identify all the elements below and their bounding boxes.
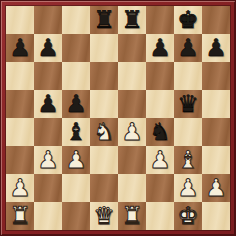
square-a3[interactable] xyxy=(6,146,34,174)
black-pawn-piece[interactable]: ♟ xyxy=(65,92,87,116)
white-bishop-piece[interactable]: ♝ xyxy=(177,148,199,172)
square-a5[interactable] xyxy=(6,90,34,118)
black-pawn-piece[interactable]: ♟ xyxy=(205,36,227,60)
square-g7[interactable]: ♟ xyxy=(174,34,202,62)
square-c3[interactable]: ♟ xyxy=(62,146,90,174)
white-pawn-piece[interactable]: ♟ xyxy=(37,148,59,172)
square-f8[interactable] xyxy=(146,6,174,34)
square-d3[interactable] xyxy=(90,146,118,174)
square-b1[interactable] xyxy=(34,202,62,230)
white-pawn-piece[interactable]: ♟ xyxy=(177,176,199,200)
square-h3[interactable] xyxy=(202,146,230,174)
square-h1[interactable] xyxy=(202,202,230,230)
square-b4[interactable] xyxy=(34,118,62,146)
white-king-piece[interactable]: ♚ xyxy=(177,204,199,228)
square-g1[interactable]: ♚ xyxy=(174,202,202,230)
square-f6[interactable] xyxy=(146,62,174,90)
square-a7[interactable]: ♟ xyxy=(6,34,34,62)
square-b3[interactable]: ♟ xyxy=(34,146,62,174)
square-a4[interactable] xyxy=(6,118,34,146)
square-c6[interactable] xyxy=(62,62,90,90)
square-a2[interactable]: ♟ xyxy=(6,174,34,202)
square-b2[interactable] xyxy=(34,174,62,202)
black-pawn-piece[interactable]: ♟ xyxy=(37,92,59,116)
black-pawn-piece[interactable]: ♟ xyxy=(177,36,199,60)
white-queen-piece[interactable]: ♛ xyxy=(93,204,115,228)
black-bishop-piece[interactable]: ♝ xyxy=(65,120,87,144)
square-h5[interactable] xyxy=(202,90,230,118)
square-e8[interactable]: ♜ xyxy=(118,6,146,34)
square-a6[interactable] xyxy=(6,62,34,90)
square-g2[interactable]: ♟ xyxy=(174,174,202,202)
black-rook-piece[interactable]: ♜ xyxy=(121,8,143,32)
square-c2[interactable] xyxy=(62,174,90,202)
square-d2[interactable] xyxy=(90,174,118,202)
black-pawn-piece[interactable]: ♟ xyxy=(37,36,59,60)
square-b6[interactable] xyxy=(34,62,62,90)
white-rook-piece[interactable]: ♜ xyxy=(121,204,143,228)
square-a1[interactable]: ♜ xyxy=(6,202,34,230)
square-e2[interactable] xyxy=(118,174,146,202)
square-c8[interactable] xyxy=(62,6,90,34)
white-pawn-piece[interactable]: ♟ xyxy=(9,176,31,200)
black-knight-piece[interactable]: ♞ xyxy=(149,120,171,144)
square-h6[interactable] xyxy=(202,62,230,90)
square-h7[interactable]: ♟ xyxy=(202,34,230,62)
chess-board: ♜♜♚♟♟♟♟♟♟♟♛♝♞♟♞♟♟♟♝♟♟♟♜♛♜♚ xyxy=(6,6,230,230)
square-c1[interactable] xyxy=(62,202,90,230)
square-g3[interactable]: ♝ xyxy=(174,146,202,174)
white-knight-piece[interactable]: ♞ xyxy=(93,120,115,144)
white-pawn-piece[interactable]: ♟ xyxy=(205,176,227,200)
chess-board-frame: ♜♜♚♟♟♟♟♟♟♟♛♝♞♟♞♟♟♟♝♟♟♟♜♛♜♚ xyxy=(0,0,236,236)
square-d6[interactable] xyxy=(90,62,118,90)
square-e4[interactable]: ♟ xyxy=(118,118,146,146)
square-d8[interactable]: ♜ xyxy=(90,6,118,34)
white-pawn-piece[interactable]: ♟ xyxy=(121,120,143,144)
square-e5[interactable] xyxy=(118,90,146,118)
white-pawn-piece[interactable]: ♟ xyxy=(65,148,87,172)
square-f2[interactable] xyxy=(146,174,174,202)
square-c4[interactable]: ♝ xyxy=(62,118,90,146)
square-g4[interactable] xyxy=(174,118,202,146)
square-h2[interactable]: ♟ xyxy=(202,174,230,202)
black-rook-piece[interactable]: ♜ xyxy=(93,8,115,32)
square-d4[interactable]: ♞ xyxy=(90,118,118,146)
square-f1[interactable] xyxy=(146,202,174,230)
white-pawn-piece[interactable]: ♟ xyxy=(149,148,171,172)
square-b5[interactable]: ♟ xyxy=(34,90,62,118)
white-rook-piece[interactable]: ♜ xyxy=(9,204,31,228)
square-b7[interactable]: ♟ xyxy=(34,34,62,62)
square-d5[interactable] xyxy=(90,90,118,118)
square-g8[interactable]: ♚ xyxy=(174,6,202,34)
square-f5[interactable] xyxy=(146,90,174,118)
square-a8[interactable] xyxy=(6,6,34,34)
square-f3[interactable]: ♟ xyxy=(146,146,174,174)
square-c5[interactable]: ♟ xyxy=(62,90,90,118)
square-f7[interactable]: ♟ xyxy=(146,34,174,62)
black-pawn-piece[interactable]: ♟ xyxy=(9,36,31,60)
black-king-piece[interactable]: ♚ xyxy=(177,8,199,32)
square-d1[interactable]: ♛ xyxy=(90,202,118,230)
square-g6[interactable] xyxy=(174,62,202,90)
square-b8[interactable] xyxy=(34,6,62,34)
square-e1[interactable]: ♜ xyxy=(118,202,146,230)
square-f4[interactable]: ♞ xyxy=(146,118,174,146)
square-h4[interactable] xyxy=(202,118,230,146)
square-e7[interactable] xyxy=(118,34,146,62)
square-e3[interactable] xyxy=(118,146,146,174)
square-g5[interactable]: ♛ xyxy=(174,90,202,118)
black-pawn-piece[interactable]: ♟ xyxy=(149,36,171,60)
square-d7[interactable] xyxy=(90,34,118,62)
black-queen-piece[interactable]: ♛ xyxy=(177,92,199,116)
square-e6[interactable] xyxy=(118,62,146,90)
square-c7[interactable] xyxy=(62,34,90,62)
square-h8[interactable] xyxy=(202,6,230,34)
